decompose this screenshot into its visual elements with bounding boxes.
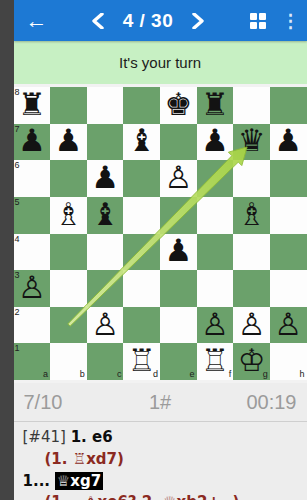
black-pawn-h7: ♟ [274,125,302,156]
file-label-h: h [299,370,304,379]
file-label-e: e [190,370,195,379]
variation-line-1[interactable]: (1. ♖xd7) [23,449,298,471]
square-g4[interactable] [233,234,270,271]
square-d3[interactable] [123,270,160,307]
chess-board: 8♜♚♜7♟♟♝♟♛♟6♟♙5♗♝♗4♟3♙2♙♙♙♙1abcd♖ef♖g♔h [14,87,307,380]
white-pawn-c2: ♙ [91,309,119,340]
square-e7[interactable] [160,124,197,161]
timer: 00:19 [206,391,297,414]
square-g8[interactable] [233,87,270,124]
chevron-right-icon [191,13,205,29]
app-screen: ← 4 / 30 ⋮ It's your turn 8♜♚♜7♟♟♝♟♛♟6♟♙… [14,0,307,500]
square-f8[interactable]: ♜ [197,87,234,124]
previous-puzzle-button[interactable] [87,10,109,32]
square-f1[interactable]: f♖ [197,343,234,380]
square-b1[interactable]: b [50,343,87,380]
rank-label-4: 4 [15,235,20,244]
black-pawn-b7: ♟ [55,125,83,156]
white-pawn-h2: ♙ [274,309,302,340]
square-a7[interactable]: 7♟ [14,124,51,161]
square-f7[interactable]: ♟ [197,124,234,161]
square-h7[interactable]: ♟ [270,124,307,161]
square-c8[interactable] [87,87,124,124]
white-rook-d1: ♖ [128,345,156,376]
puzzle-id-label: [#41] [23,428,66,446]
square-a1[interactable]: 1a [14,343,51,380]
square-e2[interactable] [160,307,197,344]
square-h3[interactable] [270,270,307,307]
square-b8[interactable] [50,87,87,124]
square-c1[interactable]: c [87,343,124,380]
rank-label-5: 5 [15,198,20,207]
move-list: [#41] 1. e6 (1. ♖xd7) 1... ♕xg7 (1... ♗x… [14,422,307,500]
black-bishop-c5: ♝ [91,199,119,230]
file-label-g: g [263,370,268,379]
square-f6[interactable] [197,160,234,197]
square-e1[interactable]: e [160,343,197,380]
black-rook-a8: ♜ [18,89,46,120]
next-puzzle-button[interactable] [187,10,209,32]
move-1-black-current[interactable]: ♕xg7 [55,472,103,490]
square-f5[interactable] [197,197,234,234]
square-d7[interactable]: ♝ [123,124,160,161]
rank-label-6: 6 [15,161,20,170]
white-pawn-g2: ♙ [238,309,266,340]
file-label-c: c [117,370,122,379]
square-a4[interactable]: 4 [14,234,51,271]
rank-label-2: 2 [15,308,20,317]
square-b6[interactable] [50,160,87,197]
black-pawn-c6: ♟ [91,162,119,193]
square-e3[interactable] [160,270,197,307]
white-pawn-a3: ♙ [18,272,46,303]
puzzle-counter: 4 / 30 [123,10,174,32]
square-d8[interactable] [123,87,160,124]
file-label-f: f [229,370,232,379]
variation-line-2[interactable]: (1... ♗xe6? 2. ♕xb2+−) [23,492,298,500]
square-a8[interactable]: 8♜ [14,87,51,124]
square-f2[interactable]: ♙ [197,307,234,344]
black-king-e8: ♚ [164,89,192,120]
overflow-menu-button[interactable]: ⋮ [281,10,301,32]
square-b5[interactable]: ♗ [50,197,87,234]
square-h1[interactable]: h [270,343,307,380]
square-h5[interactable] [270,197,307,234]
file-label-d: d [153,370,158,379]
white-pawn-f2: ♙ [201,309,229,340]
square-a5[interactable]: 5 [14,197,51,234]
square-c6[interactable]: ♟ [87,160,124,197]
black-queen-g7: ♛ [238,125,266,156]
square-c2[interactable]: ♙ [87,307,124,344]
move-1-black-prefix: 1... [23,472,51,490]
black-pawn-a7: ♟ [18,125,46,156]
square-e8[interactable]: ♚ [160,87,197,124]
file-label-a: a [43,370,48,379]
status-row: 7/10 1# 00:19 [14,383,307,422]
square-d5[interactable] [123,197,160,234]
square-g7[interactable]: ♛ [233,124,270,161]
square-h2[interactable]: ♙ [270,307,307,344]
square-h8[interactable] [270,87,307,124]
square-g3[interactable] [233,270,270,307]
puzzle-list-button[interactable] [243,6,273,36]
black-pawn-e4: ♟ [164,235,192,266]
square-h6[interactable] [270,160,307,197]
black-rook-f8: ♜ [201,89,229,120]
rank-label-8: 8 [15,88,20,97]
square-g1[interactable]: g♔ [233,343,270,380]
square-f3[interactable] [197,270,234,307]
square-a6[interactable]: 6 [14,160,51,197]
turn-banner: It's your turn [14,41,307,84]
white-bishop-g5: ♗ [238,199,266,230]
move-1-white[interactable]: 1. e6 [71,428,113,446]
square-d4[interactable] [123,234,160,271]
white-king-g1: ♔ [238,345,266,376]
square-g2[interactable]: ♙ [233,307,270,344]
black-pawn-f7: ♟ [201,125,229,156]
square-b2[interactable] [50,307,87,344]
puzzle-pager: 4 / 30 [54,10,243,32]
file-label-b: b [80,370,85,379]
square-g5[interactable]: ♗ [233,197,270,234]
white-bishop-b5: ♗ [55,199,83,230]
square-d6[interactable] [123,160,160,197]
square-b4[interactable] [50,234,87,271]
square-f4[interactable] [197,234,234,271]
square-c3[interactable] [87,270,124,307]
square-e6[interactable]: ♙ [160,160,197,197]
back-button[interactable]: ← [20,8,54,34]
square-a3[interactable]: 3♙ [14,270,51,307]
chevron-left-icon [91,13,105,29]
square-h4[interactable] [270,234,307,271]
black-bishop-d7: ♝ [128,125,156,156]
square-b3[interactable] [50,270,87,307]
square-d2[interactable] [123,307,160,344]
score-indicator: 7/10 [24,391,115,414]
board-area: 8♜♚♜7♟♟♝♟♛♟6♟♙5♗♝♗4♟3♙2♙♙♙♙1abcd♖ef♖g♔h [14,84,307,383]
rank-label-1: 1 [15,344,20,353]
square-e5[interactable] [160,197,197,234]
square-g6[interactable] [233,160,270,197]
white-pawn-e6: ♙ [164,162,192,193]
square-e4[interactable]: ♟ [160,234,197,271]
rank-label-7: 7 [15,125,20,134]
square-a2[interactable]: 2 [14,307,51,344]
rank-label-3: 3 [15,271,20,280]
grid-icon [250,13,266,29]
square-b7[interactable]: ♟ [50,124,87,161]
square-d1[interactable]: d♖ [123,343,160,380]
square-c7[interactable] [87,124,124,161]
square-c4[interactable] [87,234,124,271]
square-c5[interactable]: ♝ [87,197,124,234]
white-rook-f1: ♖ [201,345,229,376]
app-header: ← 4 / 30 ⋮ [14,0,307,41]
task-type-indicator: 1# [115,391,206,414]
